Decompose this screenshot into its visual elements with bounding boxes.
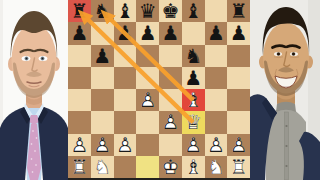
piece-black-king[interactable]: ♚ (159, 0, 181, 22)
square-a1[interactable]: ♜♖ (68, 156, 91, 178)
piece-black-pawn[interactable]: ♟ (68, 22, 90, 44)
piece-black-pawn[interactable]: ♟ (182, 67, 204, 89)
square-d4[interactable]: ♟♙ (136, 89, 159, 111)
square-a6[interactable] (68, 45, 91, 67)
square-d5[interactable] (136, 67, 159, 89)
square-g2[interactable]: ♟♙ (205, 134, 228, 156)
right-player-photo (250, 0, 320, 180)
square-a2[interactable]: ♟♙ (68, 134, 91, 156)
piece-white-bishop[interactable]: ♝♗ (182, 89, 204, 111)
piece-white-pawn[interactable]: ♟♙ (228, 134, 250, 156)
square-f3[interactable]: ♛♕ (182, 111, 205, 133)
square-a5[interactable] (68, 67, 91, 89)
piece-black-pawn[interactable]: ♟ (159, 22, 181, 44)
square-d3[interactable] (136, 111, 159, 133)
square-g1[interactable]: ♞♘ (205, 156, 228, 178)
square-e5[interactable] (159, 67, 182, 89)
square-g7[interactable]: ♟ (205, 22, 228, 44)
square-h1[interactable]: ♜♖ (227, 156, 250, 178)
right-player-illustration (250, 0, 320, 180)
square-c5[interactable] (114, 67, 137, 89)
square-h3[interactable] (227, 111, 250, 133)
piece-white-rook[interactable]: ♜♖ (228, 156, 250, 178)
square-c1[interactable] (114, 156, 137, 178)
square-e1[interactable]: ♚♔ (159, 156, 182, 178)
piece-black-pawn[interactable]: ♟ (137, 22, 159, 44)
square-e2[interactable] (159, 134, 182, 156)
square-b6[interactable]: ♟ (91, 45, 114, 67)
square-a8[interactable]: ♜ (68, 0, 91, 22)
piece-white-pawn[interactable]: ♟♙ (159, 111, 181, 133)
piece-black-pawn[interactable]: ♟ (91, 45, 113, 67)
piece-black-pawn[interactable]: ♟ (228, 22, 250, 44)
piece-black-pawn[interactable]: ♟ (205, 22, 227, 44)
chess-video-thumbnail: ♜♞♝♛♚♝♜♟♟♟♟♟♟♟♞♟♟♙♝♗♟♙♛♕♟♙♟♙♟♙♟♙♟♙♟♙♜♖♞♘… (0, 0, 320, 180)
piece-black-bishop[interactable]: ♝ (182, 0, 204, 22)
square-d1[interactable] (136, 156, 159, 178)
square-e8[interactable]: ♚ (159, 0, 182, 22)
square-a4[interactable] (68, 89, 91, 111)
square-h2[interactable]: ♟♙ (227, 134, 250, 156)
piece-white-pawn[interactable]: ♟♙ (137, 89, 159, 111)
piece-black-pawn[interactable]: ♟ (114, 22, 136, 44)
square-d6[interactable] (136, 45, 159, 67)
square-c2[interactable]: ♟♙ (114, 134, 137, 156)
square-h5[interactable] (227, 67, 250, 89)
square-c7[interactable]: ♟ (114, 22, 137, 44)
piece-white-pawn[interactable]: ♟♙ (68, 134, 90, 156)
square-f7[interactable] (182, 22, 205, 44)
piece-white-queen[interactable]: ♛♕ (182, 111, 204, 133)
piece-white-knight[interactable]: ♞♘ (205, 156, 227, 178)
left-player-illustration (0, 0, 68, 180)
square-c8[interactable]: ♝ (114, 0, 137, 22)
square-f6[interactable]: ♞ (182, 45, 205, 67)
square-g6[interactable] (205, 45, 228, 67)
square-d2[interactable] (136, 134, 159, 156)
piece-black-bishop[interactable]: ♝ (114, 0, 136, 22)
square-b1[interactable]: ♞♘ (91, 156, 114, 178)
square-g3[interactable] (205, 111, 228, 133)
board-bottom-edge (68, 178, 250, 180)
square-g4[interactable] (205, 89, 228, 111)
square-b3[interactable] (91, 111, 114, 133)
square-e6[interactable] (159, 45, 182, 67)
piece-black-rook[interactable]: ♜ (228, 0, 250, 22)
piece-black-knight[interactable]: ♞ (91, 0, 113, 22)
square-b5[interactable] (91, 67, 114, 89)
square-h4[interactable] (227, 89, 250, 111)
chess-board: ♜♞♝♛♚♝♜♟♟♟♟♟♟♟♞♟♟♙♝♗♟♙♛♕♟♙♟♙♟♙♟♙♟♙♟♙♜♖♞♘… (68, 0, 250, 180)
piece-white-bishop[interactable]: ♝♗ (182, 156, 204, 178)
square-f8[interactable]: ♝ (182, 0, 205, 22)
piece-white-pawn[interactable]: ♟♙ (91, 134, 113, 156)
square-c4[interactable] (114, 89, 137, 111)
square-g8[interactable] (205, 0, 228, 22)
square-a3[interactable] (68, 111, 91, 133)
piece-black-queen[interactable]: ♛ (137, 0, 159, 22)
square-c6[interactable] (114, 45, 137, 67)
square-b8[interactable]: ♞ (91, 0, 114, 22)
square-h6[interactable] (227, 45, 250, 67)
square-a7[interactable]: ♟ (68, 22, 91, 44)
square-h7[interactable]: ♟ (227, 22, 250, 44)
square-f1[interactable]: ♝♗ (182, 156, 205, 178)
square-b4[interactable] (91, 89, 114, 111)
left-player-photo (0, 0, 68, 180)
square-b2[interactable]: ♟♙ (91, 134, 114, 156)
piece-white-rook[interactable]: ♜♖ (68, 156, 90, 178)
square-h8[interactable]: ♜ (227, 0, 250, 22)
square-f2[interactable]: ♟♙ (182, 134, 205, 156)
square-f5[interactable]: ♟ (182, 67, 205, 89)
square-g5[interactable] (205, 67, 228, 89)
piece-white-pawn[interactable]: ♟♙ (182, 134, 204, 156)
piece-black-rook[interactable]: ♜ (68, 0, 90, 22)
square-f4[interactable]: ♝♗ (182, 89, 205, 111)
piece-white-pawn[interactable]: ♟♙ (114, 134, 136, 156)
square-d8[interactable]: ♛ (136, 0, 159, 22)
piece-black-knight[interactable]: ♞ (182, 45, 204, 67)
square-e4[interactable] (159, 89, 182, 111)
piece-white-knight[interactable]: ♞♘ (91, 156, 113, 178)
square-e3[interactable]: ♟♙ (159, 111, 182, 133)
square-c3[interactable] (114, 111, 137, 133)
square-e7[interactable]: ♟ (159, 22, 182, 44)
square-d7[interactable]: ♟ (136, 22, 159, 44)
piece-white-king[interactable]: ♚♔ (159, 156, 181, 178)
square-b7[interactable] (91, 22, 114, 44)
piece-white-pawn[interactable]: ♟♙ (205, 134, 227, 156)
